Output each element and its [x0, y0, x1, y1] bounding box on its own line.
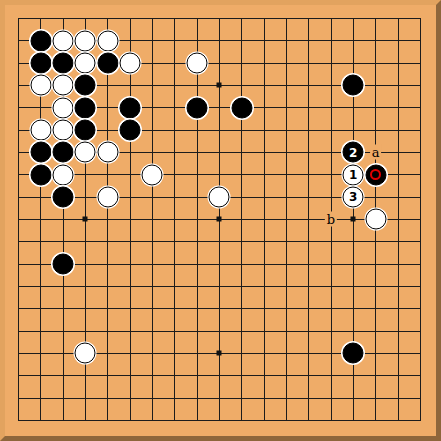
board-point[interactable]	[320, 409, 342, 431]
board-point[interactable]	[163, 253, 185, 275]
board-point[interactable]	[141, 52, 163, 74]
board-point[interactable]	[387, 119, 409, 141]
point-label-b[interactable]: b	[325, 212, 337, 227]
board-point[interactable]	[186, 409, 208, 431]
board-point[interactable]	[387, 52, 409, 74]
board-point[interactable]	[119, 297, 141, 319]
board-point[interactable]	[230, 208, 252, 230]
board-point[interactable]	[74, 141, 96, 163]
board-point[interactable]	[253, 30, 275, 52]
board-point[interactable]	[7, 119, 29, 141]
board-point[interactable]	[409, 364, 431, 386]
board-point[interactable]	[208, 320, 230, 342]
board-point[interactable]	[342, 7, 364, 29]
board-point[interactable]	[275, 297, 297, 319]
board-point[interactable]	[97, 387, 119, 409]
board-point[interactable]	[409, 297, 431, 319]
board-point[interactable]: b	[320, 208, 342, 230]
board-point[interactable]	[208, 387, 230, 409]
board-point[interactable]	[364, 364, 386, 386]
board-point[interactable]	[409, 253, 431, 275]
board-point[interactable]	[275, 208, 297, 230]
board-point[interactable]	[253, 320, 275, 342]
board-point[interactable]	[163, 74, 185, 96]
board-point[interactable]	[186, 208, 208, 230]
board-point[interactable]	[119, 230, 141, 252]
board-point[interactable]	[409, 409, 431, 431]
board-point[interactable]	[7, 97, 29, 119]
board-point[interactable]	[208, 275, 230, 297]
board-point[interactable]	[208, 141, 230, 163]
board-point[interactable]	[163, 7, 185, 29]
board-point[interactable]	[409, 275, 431, 297]
board-point[interactable]	[230, 119, 252, 141]
board-point[interactable]	[141, 342, 163, 364]
board-point[interactable]	[320, 141, 342, 163]
board-point[interactable]	[208, 119, 230, 141]
board-point[interactable]	[253, 74, 275, 96]
board-point[interactable]	[320, 230, 342, 252]
board-point[interactable]	[52, 141, 74, 163]
board-point[interactable]	[7, 275, 29, 297]
board-point[interactable]	[141, 119, 163, 141]
board-point[interactable]	[230, 320, 252, 342]
board-point[interactable]	[74, 52, 96, 74]
board-point[interactable]	[208, 74, 230, 96]
board-point[interactable]	[253, 342, 275, 364]
board-point[interactable]	[30, 275, 52, 297]
board-point[interactable]	[387, 30, 409, 52]
board-point[interactable]	[163, 387, 185, 409]
board-point[interactable]	[275, 342, 297, 364]
board-point[interactable]	[30, 320, 52, 342]
board-point[interactable]	[30, 253, 52, 275]
board-point[interactable]	[52, 52, 74, 74]
board-point[interactable]	[409, 342, 431, 364]
board-point[interactable]	[30, 409, 52, 431]
board-point[interactable]	[320, 30, 342, 52]
board-point[interactable]	[297, 52, 319, 74]
board-point[interactable]	[387, 230, 409, 252]
board-point[interactable]	[320, 320, 342, 342]
board-point[interactable]	[364, 275, 386, 297]
board-point[interactable]	[387, 387, 409, 409]
board-point[interactable]	[30, 97, 52, 119]
board-point[interactable]	[186, 52, 208, 74]
board-point[interactable]	[141, 387, 163, 409]
board-point[interactable]	[320, 74, 342, 96]
board-point[interactable]	[253, 163, 275, 185]
board-point[interactable]	[119, 119, 141, 141]
board-point[interactable]	[97, 409, 119, 431]
board-point[interactable]	[30, 119, 52, 141]
board-point[interactable]	[74, 253, 96, 275]
board-point[interactable]	[297, 74, 319, 96]
board-point[interactable]	[364, 97, 386, 119]
board-point[interactable]	[387, 342, 409, 364]
board-point[interactable]	[409, 52, 431, 74]
board-point[interactable]	[74, 119, 96, 141]
board-point[interactable]	[30, 208, 52, 230]
board-point[interactable]	[141, 230, 163, 252]
board-point[interactable]	[230, 387, 252, 409]
board-point[interactable]	[409, 141, 431, 163]
board-point[interactable]	[74, 275, 96, 297]
board-point[interactable]	[409, 230, 431, 252]
board-point[interactable]	[342, 342, 364, 364]
board-point[interactable]	[409, 119, 431, 141]
board-point[interactable]	[208, 163, 230, 185]
board-point[interactable]	[7, 52, 29, 74]
board-point[interactable]	[387, 409, 409, 431]
board-point[interactable]	[409, 97, 431, 119]
board-point[interactable]	[208, 7, 230, 29]
board-point[interactable]	[275, 320, 297, 342]
board-point[interactable]	[163, 186, 185, 208]
board-point[interactable]	[7, 230, 29, 252]
board-point[interactable]	[253, 97, 275, 119]
board-point[interactable]	[387, 364, 409, 386]
board-point[interactable]	[7, 30, 29, 52]
board-point[interactable]	[342, 253, 364, 275]
board-point[interactable]	[52, 30, 74, 52]
board-point[interactable]	[97, 52, 119, 74]
board-point[interactable]	[119, 7, 141, 29]
board-point[interactable]	[163, 275, 185, 297]
board-point[interactable]	[97, 275, 119, 297]
board-point[interactable]	[74, 297, 96, 319]
board-point[interactable]	[141, 409, 163, 431]
board-point[interactable]	[52, 74, 74, 96]
board-point[interactable]	[342, 387, 364, 409]
board-point[interactable]	[208, 342, 230, 364]
board-point[interactable]	[230, 30, 252, 52]
board-point[interactable]	[320, 163, 342, 185]
board-point[interactable]	[141, 30, 163, 52]
board-point[interactable]	[119, 163, 141, 185]
board-point[interactable]	[141, 74, 163, 96]
board-point[interactable]	[297, 230, 319, 252]
board-point[interactable]	[74, 7, 96, 29]
board-point[interactable]	[52, 364, 74, 386]
board-point[interactable]	[7, 297, 29, 319]
board-point[interactable]	[141, 163, 163, 185]
board-point[interactable]	[7, 7, 29, 29]
board-point[interactable]	[186, 387, 208, 409]
board-point[interactable]	[30, 297, 52, 319]
board-point[interactable]	[275, 141, 297, 163]
board-point[interactable]	[208, 30, 230, 52]
board-point[interactable]	[141, 186, 163, 208]
board-point[interactable]	[364, 119, 386, 141]
board-point[interactable]	[119, 253, 141, 275]
board-point[interactable]	[186, 7, 208, 29]
board-point[interactable]	[253, 119, 275, 141]
board-point[interactable]	[387, 208, 409, 230]
board-point[interactable]	[342, 74, 364, 96]
board-point[interactable]	[275, 253, 297, 275]
board-point[interactable]	[119, 97, 141, 119]
board-point[interactable]	[119, 342, 141, 364]
board-point[interactable]	[409, 208, 431, 230]
board-point[interactable]: 2	[342, 141, 364, 163]
board-point[interactable]	[30, 30, 52, 52]
board-point[interactable]	[297, 208, 319, 230]
board-point[interactable]	[30, 74, 52, 96]
board-point[interactable]	[364, 230, 386, 252]
board-point[interactable]	[297, 297, 319, 319]
board-point[interactable]	[119, 52, 141, 74]
board-point[interactable]	[364, 409, 386, 431]
board-point[interactable]	[342, 208, 364, 230]
board-point[interactable]	[387, 163, 409, 185]
board-point[interactable]	[7, 186, 29, 208]
board-point[interactable]	[119, 74, 141, 96]
board-point[interactable]	[208, 97, 230, 119]
board-point[interactable]	[7, 387, 29, 409]
board-point[interactable]	[52, 163, 74, 185]
board-point[interactable]	[30, 186, 52, 208]
board-point[interactable]	[275, 52, 297, 74]
board-point[interactable]	[253, 230, 275, 252]
board-point[interactable]	[74, 97, 96, 119]
board-point[interactable]	[7, 74, 29, 96]
board-point[interactable]	[387, 320, 409, 342]
board-point[interactable]	[230, 74, 252, 96]
board-point[interactable]	[409, 387, 431, 409]
board-point[interactable]	[297, 163, 319, 185]
board-point[interactable]	[74, 30, 96, 52]
board-point[interactable]	[119, 275, 141, 297]
board-point[interactable]	[208, 253, 230, 275]
board-point[interactable]	[320, 387, 342, 409]
board-point[interactable]	[163, 409, 185, 431]
board-point[interactable]	[230, 7, 252, 29]
board-point[interactable]	[7, 208, 29, 230]
board-point[interactable]	[364, 320, 386, 342]
board-point[interactable]	[186, 342, 208, 364]
board-point[interactable]	[387, 97, 409, 119]
board-point[interactable]	[186, 253, 208, 275]
board-point[interactable]	[297, 387, 319, 409]
board-point[interactable]	[52, 342, 74, 364]
board-point[interactable]	[97, 7, 119, 29]
board-point[interactable]	[275, 30, 297, 52]
board-point[interactable]	[52, 97, 74, 119]
board-point[interactable]	[230, 364, 252, 386]
board-point[interactable]	[97, 342, 119, 364]
board-point[interactable]	[387, 141, 409, 163]
board-point[interactable]	[7, 320, 29, 342]
board-point[interactable]	[208, 208, 230, 230]
board-point[interactable]	[364, 163, 386, 185]
board-point[interactable]	[253, 141, 275, 163]
board-point[interactable]	[141, 97, 163, 119]
board-point[interactable]	[208, 186, 230, 208]
board-point[interactable]	[163, 320, 185, 342]
board-point[interactable]	[97, 97, 119, 119]
board-point[interactable]	[230, 275, 252, 297]
board-point[interactable]	[141, 364, 163, 386]
board-point[interactable]	[275, 275, 297, 297]
board-point[interactable]	[253, 275, 275, 297]
board-point[interactable]	[141, 320, 163, 342]
board-point[interactable]	[364, 297, 386, 319]
board-point[interactable]	[387, 7, 409, 29]
board-point[interactable]	[119, 30, 141, 52]
board-point[interactable]	[342, 52, 364, 74]
board-point[interactable]	[163, 141, 185, 163]
board-point[interactable]	[74, 409, 96, 431]
board-point[interactable]	[119, 409, 141, 431]
board-point[interactable]	[141, 208, 163, 230]
board-point[interactable]	[342, 297, 364, 319]
board-point[interactable]: 1	[342, 163, 364, 185]
board-point[interactable]	[230, 52, 252, 74]
board-point[interactable]	[163, 297, 185, 319]
board-point[interactable]	[74, 186, 96, 208]
board-point[interactable]	[97, 253, 119, 275]
board-point[interactable]	[275, 409, 297, 431]
board-point[interactable]	[163, 52, 185, 74]
board-point[interactable]	[364, 7, 386, 29]
board-point[interactable]	[119, 141, 141, 163]
board-point[interactable]	[230, 409, 252, 431]
board-point[interactable]	[320, 52, 342, 74]
board-point[interactable]	[141, 253, 163, 275]
board-point[interactable]	[297, 342, 319, 364]
board-point[interactable]	[208, 52, 230, 74]
board-point[interactable]	[253, 186, 275, 208]
board-point[interactable]	[30, 141, 52, 163]
board-point[interactable]	[186, 74, 208, 96]
board-point[interactable]	[74, 342, 96, 364]
board-point[interactable]	[141, 7, 163, 29]
board-point[interactable]	[297, 30, 319, 52]
board-point[interactable]	[119, 364, 141, 386]
board-point[interactable]	[97, 208, 119, 230]
board-point[interactable]	[97, 141, 119, 163]
board-point[interactable]	[163, 208, 185, 230]
board-point[interactable]	[119, 387, 141, 409]
board-point[interactable]	[7, 364, 29, 386]
board-point[interactable]	[97, 30, 119, 52]
board-point[interactable]	[30, 364, 52, 386]
board-point[interactable]	[7, 253, 29, 275]
board-point[interactable]	[320, 97, 342, 119]
board-point[interactable]	[230, 163, 252, 185]
board-point[interactable]	[253, 52, 275, 74]
board-point[interactable]	[52, 186, 74, 208]
board-point[interactable]	[163, 163, 185, 185]
board-point[interactable]	[7, 163, 29, 185]
board-point[interactable]	[297, 119, 319, 141]
board-point[interactable]	[186, 119, 208, 141]
board-point[interactable]	[342, 275, 364, 297]
board-point[interactable]	[186, 97, 208, 119]
board-point[interactable]	[186, 297, 208, 319]
board-point[interactable]	[275, 74, 297, 96]
board-point[interactable]	[342, 409, 364, 431]
board-point[interactable]	[387, 297, 409, 319]
board-point[interactable]	[208, 297, 230, 319]
board-point[interactable]	[208, 364, 230, 386]
board-point[interactable]	[30, 163, 52, 185]
board-point[interactable]	[387, 275, 409, 297]
board-point[interactable]	[320, 7, 342, 29]
board-point[interactable]	[275, 387, 297, 409]
board-point[interactable]	[74, 230, 96, 252]
board-point[interactable]	[275, 97, 297, 119]
board-point[interactable]	[409, 30, 431, 52]
board-point[interactable]	[275, 186, 297, 208]
board-point[interactable]	[320, 275, 342, 297]
board-point[interactable]	[387, 253, 409, 275]
board-point[interactable]	[275, 7, 297, 29]
board-point[interactable]	[52, 320, 74, 342]
board-point[interactable]	[163, 364, 185, 386]
board-point[interactable]	[297, 141, 319, 163]
board-point[interactable]	[297, 409, 319, 431]
board-point[interactable]	[364, 387, 386, 409]
board-point[interactable]	[186, 364, 208, 386]
board-point[interactable]	[52, 230, 74, 252]
board-point[interactable]	[409, 320, 431, 342]
board-point[interactable]	[52, 208, 74, 230]
board-point[interactable]	[74, 163, 96, 185]
board-point[interactable]	[253, 409, 275, 431]
board-point[interactable]	[141, 141, 163, 163]
board-point[interactable]	[253, 7, 275, 29]
board-point[interactable]	[409, 74, 431, 96]
board-point[interactable]	[97, 119, 119, 141]
board-point[interactable]	[364, 186, 386, 208]
board-point[interactable]	[163, 230, 185, 252]
board-point[interactable]	[30, 52, 52, 74]
board-point[interactable]	[74, 364, 96, 386]
board-point[interactable]	[7, 141, 29, 163]
board-point[interactable]	[275, 163, 297, 185]
board-point[interactable]	[320, 297, 342, 319]
board-point[interactable]	[297, 186, 319, 208]
board-point[interactable]	[342, 320, 364, 342]
board-point[interactable]	[297, 7, 319, 29]
board-point[interactable]	[163, 342, 185, 364]
board-point[interactable]	[208, 230, 230, 252]
board-point[interactable]	[52, 297, 74, 319]
board-point[interactable]	[97, 364, 119, 386]
board-point[interactable]	[230, 297, 252, 319]
point-label-a[interactable]: a	[370, 145, 382, 160]
board-point[interactable]	[364, 208, 386, 230]
board-point[interactable]	[297, 253, 319, 275]
board-point[interactable]	[30, 387, 52, 409]
board-point[interactable]	[364, 30, 386, 52]
board-point[interactable]	[409, 7, 431, 29]
board-point[interactable]	[97, 320, 119, 342]
board-point[interactable]	[253, 387, 275, 409]
board-point[interactable]	[97, 186, 119, 208]
board-point[interactable]	[7, 409, 29, 431]
board-point[interactable]: 3	[342, 186, 364, 208]
board-point[interactable]	[364, 74, 386, 96]
board-point[interactable]	[320, 342, 342, 364]
board-point[interactable]	[364, 253, 386, 275]
board-point[interactable]	[119, 186, 141, 208]
board-point[interactable]	[253, 208, 275, 230]
board-point[interactable]	[30, 342, 52, 364]
board-point[interactable]	[74, 208, 96, 230]
